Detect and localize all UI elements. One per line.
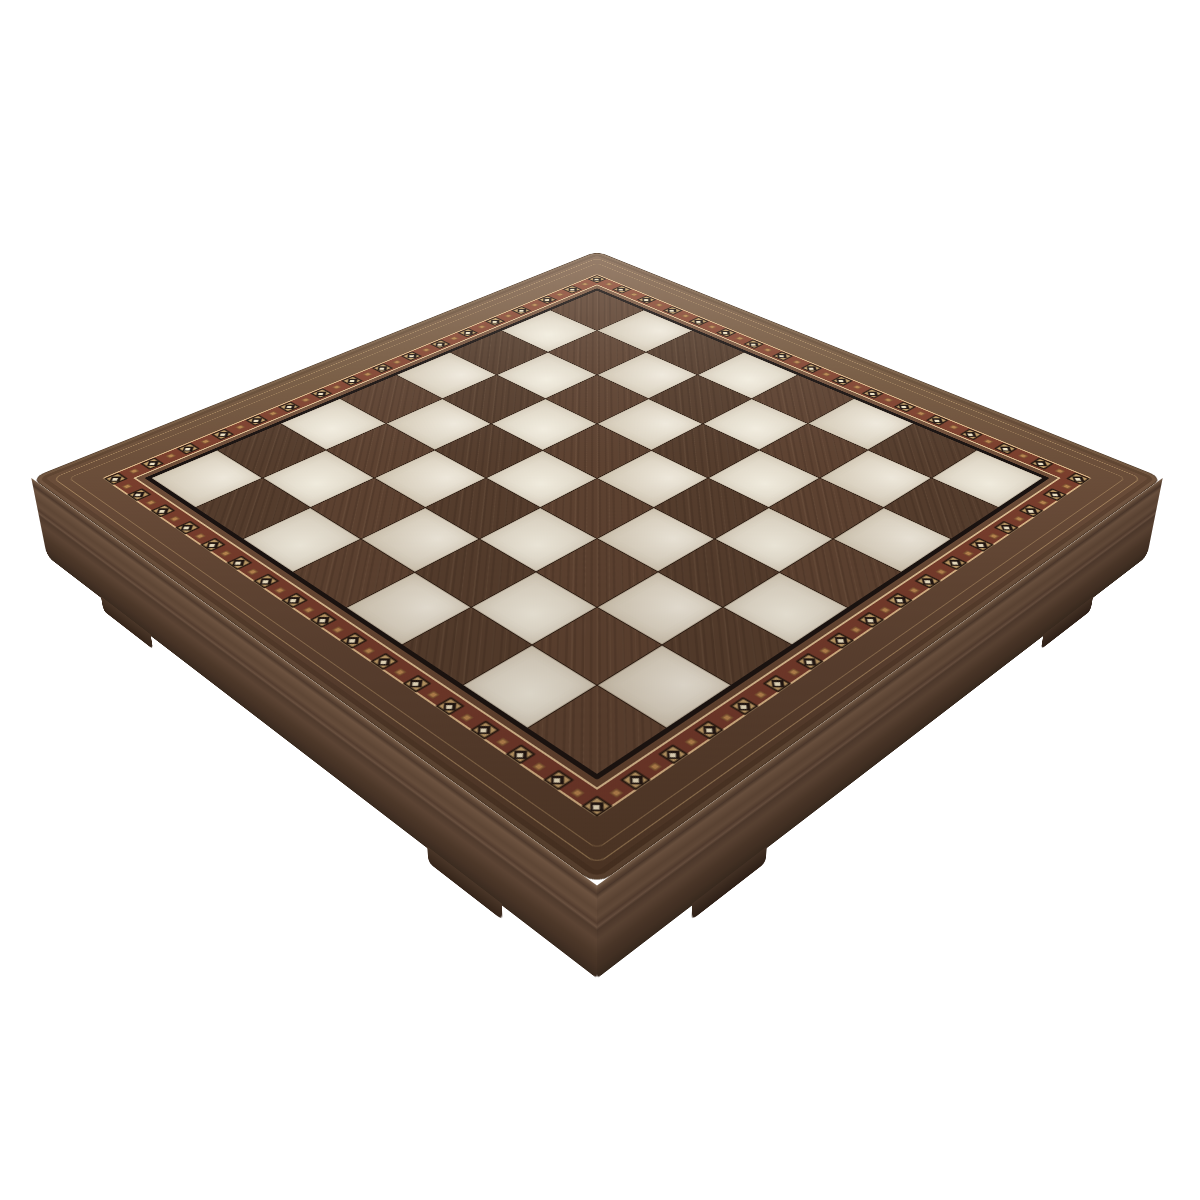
- inlay-gap-square: [461, 714, 473, 722]
- diamond-core: [287, 406, 292, 408]
- inlay-diamond-tile: [886, 592, 913, 608]
- inlay-gap-square: [721, 714, 733, 722]
- diamond-icon: [629, 775, 642, 784]
- inlay-gap-square: [630, 293, 638, 296]
- diamond-icon: [182, 446, 194, 451]
- inlay-diamond-tile: [435, 697, 464, 716]
- inlay-gap-square: [363, 647, 375, 654]
- board-square[interactable]: [361, 508, 478, 572]
- diamond-core: [619, 288, 623, 290]
- inlay-gap-square: [533, 763, 546, 771]
- board-square[interactable]: [723, 573, 847, 645]
- inlay-gap-square: [949, 425, 958, 430]
- inlay-gap-square: [201, 439, 211, 444]
- inlay-gap-square: [963, 551, 974, 557]
- inlay-diamond-tile: [827, 632, 855, 649]
- diamond-icon: [1072, 476, 1084, 481]
- diamond-icon: [181, 525, 194, 531]
- diamond-core: [724, 332, 729, 334]
- diamond-icon: [738, 702, 751, 710]
- inlay-diamond-tile: [1019, 504, 1044, 517]
- board-square[interactable]: [781, 539, 901, 607]
- diamond-icon: [975, 542, 988, 548]
- board-square[interactable]: [403, 608, 531, 685]
- inlay-gap-square: [820, 647, 832, 654]
- inlay-gap-square: [269, 411, 278, 415]
- inlay-gap-square: [394, 669, 406, 676]
- inlay-gap-square: [427, 691, 439, 698]
- board-square[interactable]: [415, 539, 535, 607]
- diamond-core: [438, 343, 443, 345]
- diamond-core: [350, 639, 357, 642]
- diamond-core: [380, 367, 385, 369]
- inlay-gap-square: [1019, 454, 1029, 459]
- diamond-icon: [1000, 525, 1013, 531]
- board-square[interactable]: [311, 478, 424, 538]
- inlay-diamond-tile: [994, 521, 1019, 535]
- inlay-diamond-tile: [281, 592, 308, 608]
- inlay-gap-square: [788, 669, 800, 676]
- diamond-icon: [514, 750, 527, 758]
- diamond-core: [236, 561, 242, 564]
- inlay-diamond-tile: [104, 473, 128, 485]
- diamond-icon: [347, 379, 357, 383]
- diamond-icon: [703, 726, 716, 734]
- diamond-icon: [251, 418, 262, 423]
- inlay-diamond-tile: [127, 488, 151, 501]
- diamond-icon: [551, 775, 564, 784]
- inlay-gap-square: [478, 325, 486, 329]
- inlay-gap-square: [648, 763, 661, 771]
- inlay-gap-square: [422, 348, 431, 352]
- board-square[interactable]: [346, 573, 470, 645]
- diamond-core: [150, 462, 156, 465]
- diamond-core: [291, 599, 297, 602]
- diamond-icon: [642, 298, 650, 302]
- diamond-core: [751, 343, 756, 345]
- inlay-diamond-tile: [729, 697, 758, 716]
- diamond-core: [160, 509, 166, 512]
- diamond-core: [220, 433, 226, 435]
- board-square[interactable]: [540, 478, 653, 538]
- board-foot-left: [101, 596, 153, 649]
- diamond-icon: [864, 617, 877, 624]
- diamond-icon: [803, 658, 816, 665]
- diamond-icon: [443, 702, 456, 710]
- chessboard-product-photo: [0, 0, 1200, 1200]
- diamond-icon: [491, 320, 500, 324]
- diamond-core: [780, 355, 785, 357]
- inlay-gap-square: [247, 569, 258, 575]
- inlay-gap-square: [235, 425, 244, 430]
- diamond-core: [254, 419, 260, 421]
- inlay-gap-square: [1062, 484, 1072, 489]
- diamond-core: [839, 380, 844, 382]
- inlay-gap-square: [880, 607, 891, 614]
- inlay-diamond-tile: [968, 538, 994, 552]
- diamond-icon: [837, 379, 847, 383]
- board-square[interactable]: [598, 573, 722, 645]
- board-square[interactable]: [598, 508, 715, 572]
- diamond-icon: [617, 288, 625, 291]
- diamond-core: [968, 433, 974, 435]
- inlay-gap-square: [1055, 469, 1065, 474]
- inlay-diamond-tile: [587, 275, 606, 283]
- diamond-icon: [807, 366, 817, 370]
- diamond-icon: [899, 404, 910, 408]
- diamond-icon: [110, 476, 122, 481]
- diamond-core: [633, 778, 640, 782]
- board-square[interactable]: [663, 608, 791, 685]
- inlay-gap-square: [685, 738, 697, 746]
- diamond-core: [595, 278, 599, 280]
- diamond-core: [320, 618, 326, 621]
- inlay-gap-square: [884, 398, 893, 402]
- board-foot-front-left: [427, 846, 502, 920]
- inlay-diamond-tile: [226, 555, 252, 570]
- inlay-gap-square: [936, 569, 947, 575]
- diamond-icon: [568, 288, 576, 291]
- diamond-core: [897, 599, 903, 602]
- inlay-gap-square: [332, 385, 341, 389]
- diamond-core: [1028, 509, 1034, 512]
- inlay-diamond-tile: [543, 769, 574, 790]
- diamond-icon: [378, 658, 391, 665]
- diamond-icon: [1000, 446, 1012, 451]
- board-square[interactable]: [480, 508, 597, 572]
- diamond-core: [925, 579, 931, 582]
- board-foot-right: [1041, 596, 1093, 649]
- diamond-icon: [284, 404, 295, 408]
- diamond-icon: [867, 391, 877, 395]
- inlay-gap-square: [681, 314, 689, 318]
- diamond-icon: [407, 354, 417, 358]
- inlay-diamond-tile: [581, 795, 613, 817]
- inlay-gap-square: [755, 691, 767, 698]
- diamond-icon: [347, 637, 360, 644]
- inlay-gap-square: [332, 627, 343, 634]
- diamond-core: [350, 380, 355, 382]
- inlay-gap-square: [195, 533, 205, 539]
- board-square[interactable]: [598, 646, 730, 728]
- diamond-core: [934, 419, 940, 421]
- inlay-diamond-tile: [150, 504, 175, 517]
- inlay-diamond-tile: [310, 612, 337, 628]
- diamond-core: [570, 288, 574, 290]
- inlay-gap-square: [301, 398, 310, 402]
- inlay-diamond-tile: [175, 521, 200, 535]
- diamond-icon: [377, 366, 387, 370]
- diamond-icon: [932, 418, 943, 423]
- board-square[interactable]: [834, 508, 951, 572]
- diamond-icon: [543, 298, 551, 302]
- diamond-icon: [667, 750, 680, 758]
- inlay-gap-square: [504, 314, 512, 318]
- board-square[interactable]: [293, 539, 413, 607]
- inlay-gap-square: [850, 627, 861, 634]
- diamond-icon: [217, 432, 228, 437]
- diamond-icon: [777, 354, 787, 358]
- diamond-core: [741, 704, 748, 708]
- inlay-diamond-tile: [200, 538, 226, 552]
- inlay-gap-square: [166, 454, 176, 459]
- diamond-icon: [316, 391, 326, 395]
- inlay-diamond-tile: [339, 632, 367, 649]
- inlay-diamond-tile: [857, 612, 884, 628]
- board-square[interactable]: [770, 478, 883, 538]
- inlay-gap-square: [275, 587, 286, 593]
- diamond-core: [870, 392, 875, 394]
- inlay-gap-square: [496, 738, 508, 746]
- board-square[interactable]: [243, 508, 360, 572]
- inlay-diamond-tile: [658, 744, 689, 764]
- diamond-core: [1052, 493, 1058, 496]
- diamond-core: [409, 355, 414, 357]
- inlay-gap-square: [792, 360, 801, 364]
- diamond-core: [319, 392, 324, 394]
- inlay-gap-square: [764, 348, 773, 352]
- board-square[interactable]: [716, 508, 833, 572]
- diamond-icon: [1035, 461, 1047, 466]
- diamond-core: [185, 447, 191, 449]
- inlay-gap-square: [983, 439, 993, 444]
- diamond-icon: [233, 560, 246, 566]
- inlay-gap-square: [170, 516, 180, 522]
- diamond-core: [806, 660, 813, 664]
- board-square[interactable]: [464, 646, 596, 728]
- board-square[interactable]: [655, 478, 768, 538]
- chess-board: [31, 251, 1162, 885]
- diamond-icon: [834, 637, 847, 644]
- inlay-diamond-tile: [620, 769, 651, 790]
- diamond-core: [670, 310, 674, 312]
- inlay-gap-square: [450, 336, 459, 340]
- inlay-gap-square: [853, 385, 862, 389]
- inlay-gap-square: [655, 303, 663, 307]
- diamond-icon: [694, 320, 703, 324]
- diamond-core: [1075, 477, 1081, 480]
- diamond-icon: [517, 309, 526, 313]
- diamond-core: [670, 752, 677, 756]
- diamond-icon: [1025, 508, 1038, 513]
- diamond-core: [545, 299, 549, 301]
- board-square[interactable]: [659, 539, 779, 607]
- inlay-gap-square: [571, 788, 584, 797]
- inlay-gap-square: [363, 372, 372, 376]
- board-square[interactable]: [472, 573, 596, 645]
- diamond-core: [210, 543, 216, 546]
- board-square[interactable]: [528, 686, 665, 774]
- inlay-diamond-tile: [763, 674, 792, 692]
- diamond-core: [706, 728, 713, 732]
- inlay-gap-square: [129, 469, 139, 474]
- diamond-core: [136, 493, 142, 496]
- diamond-icon: [590, 802, 603, 811]
- board-square[interactable]: [537, 539, 657, 607]
- board-square[interactable]: [426, 478, 539, 538]
- diamond-icon: [965, 432, 976, 437]
- diamond-core: [809, 367, 814, 369]
- inlay-gap-square: [610, 788, 623, 797]
- diamond-core: [381, 660, 388, 664]
- inlay-diamond-tile: [796, 653, 824, 670]
- diamond-icon: [771, 680, 784, 687]
- diamond-icon: [410, 680, 423, 687]
- diamond-core: [697, 320, 701, 322]
- diamond-core: [466, 332, 471, 334]
- inlay-gap-square: [822, 372, 831, 376]
- diamond-icon: [721, 331, 730, 335]
- diamond-icon: [1049, 492, 1062, 497]
- inlay-gap-square: [735, 336, 744, 340]
- inlay-gap-square: [122, 484, 132, 489]
- diamond-core: [481, 728, 488, 732]
- diamond-icon: [921, 578, 934, 584]
- inlay-gap-square: [989, 533, 999, 539]
- diamond-icon: [436, 342, 445, 346]
- diamond-core: [517, 752, 524, 756]
- diamond-icon: [949, 560, 962, 566]
- inlay-diamond-tile: [402, 674, 431, 692]
- inlay-gap-square: [581, 283, 589, 286]
- inlay-gap-square: [303, 607, 314, 614]
- inlay-diamond-tile: [253, 574, 279, 589]
- board-square[interactable]: [533, 608, 661, 685]
- diamond-core: [902, 406, 907, 408]
- board-top-face: [31, 251, 1162, 885]
- board-square[interactable]: [196, 478, 309, 538]
- inlay-gap-square: [221, 551, 232, 557]
- inlay-diamond-tile: [694, 720, 724, 739]
- board-square[interactable]: [885, 478, 998, 538]
- inlay-diamond-tile: [370, 653, 398, 670]
- diamond-core: [493, 320, 497, 322]
- diamond-icon: [156, 508, 169, 513]
- diamond-icon: [147, 461, 159, 466]
- inlay-gap-square: [708, 325, 716, 329]
- diamond-core: [263, 579, 269, 582]
- diamond-core: [868, 618, 874, 621]
- inlay-gap-square: [393, 360, 402, 364]
- inlay-diamond-tile: [915, 574, 941, 589]
- inlay-gap-square: [1014, 516, 1024, 522]
- diamond-core: [555, 778, 562, 782]
- diamond-icon: [317, 617, 330, 624]
- inlay-gap-square: [146, 500, 156, 505]
- diamond-core: [838, 639, 845, 642]
- inlay-gap-square: [530, 303, 538, 307]
- inlay-gap-square: [908, 587, 919, 593]
- inlay-diamond-tile: [470, 720, 500, 739]
- diamond-icon: [893, 597, 906, 603]
- inlay-gap-square: [605, 283, 613, 286]
- diamond-core: [1003, 447, 1009, 449]
- board-foot-front-right: [692, 846, 767, 920]
- diamond-core: [413, 682, 420, 686]
- diamond-core: [774, 682, 781, 686]
- diamond-icon: [206, 542, 219, 548]
- diamond-core: [978, 543, 984, 546]
- diamond-icon: [668, 309, 677, 313]
- inlay-diamond-tile: [1043, 488, 1067, 501]
- diamond-core: [184, 526, 190, 529]
- diamond-core: [952, 561, 958, 564]
- inlay-gap-square: [556, 293, 564, 296]
- diamond-core: [1038, 462, 1044, 465]
- diamond-icon: [478, 726, 491, 734]
- inlay-gap-square: [1038, 500, 1048, 505]
- inlay-diamond-tile: [505, 744, 536, 764]
- diamond-icon: [593, 277, 601, 280]
- diamond-core: [645, 299, 649, 301]
- diamond-icon: [133, 492, 146, 497]
- diamond-icon: [288, 597, 301, 603]
- diamond-core: [519, 310, 523, 312]
- diamond-core: [447, 704, 454, 708]
- diamond-core: [594, 804, 601, 808]
- inlay-diamond-tile: [942, 555, 968, 570]
- inlay-gap-square: [916, 411, 925, 415]
- diamond-core: [1003, 526, 1009, 529]
- diamond-icon: [260, 578, 273, 584]
- diamond-icon: [464, 331, 473, 335]
- diamond-core: [113, 477, 119, 480]
- diamond-icon: [749, 342, 758, 346]
